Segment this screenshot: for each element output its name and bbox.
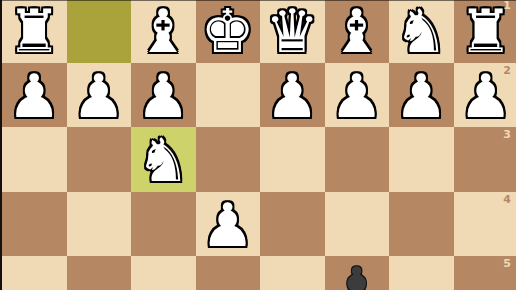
- rank-label-2: 2: [503, 64, 511, 77]
- square-c5[interactable]: ♟: [325, 256, 390, 290]
- rank-label-5: 5: [503, 257, 511, 270]
- square-d2[interactable]: ♟: [260, 63, 325, 128]
- square-d5[interactable]: [260, 256, 325, 290]
- square-c2[interactable]: ♟: [325, 63, 390, 128]
- square-e1[interactable]: ♚: [196, 0, 261, 63]
- white-pawn[interactable]: ♟: [330, 66, 384, 126]
- rank-label-3: 3: [503, 128, 511, 141]
- square-e5[interactable]: [196, 256, 261, 290]
- white-knight[interactable]: ♞: [394, 1, 448, 61]
- square-b1[interactable]: ♞: [389, 0, 454, 63]
- square-g2[interactable]: ♟: [67, 63, 132, 128]
- square-a1[interactable]: ♜1: [454, 0, 516, 63]
- square-d4[interactable]: [260, 192, 325, 257]
- square-e4[interactable]: ♟: [196, 192, 261, 257]
- square-a3[interactable]: 3: [454, 127, 516, 192]
- square-a4[interactable]: 4: [454, 192, 516, 257]
- square-a5[interactable]: 5: [454, 256, 516, 290]
- white-pawn[interactable]: ♟: [7, 66, 61, 126]
- square-h4[interactable]: [2, 192, 67, 257]
- white-pawn[interactable]: ♟: [136, 66, 190, 126]
- square-c1[interactable]: ♝: [325, 0, 390, 63]
- rank-label-4: 4: [503, 193, 511, 206]
- black-pawn[interactable]: ♟: [330, 259, 384, 290]
- square-f5[interactable]: [131, 256, 196, 290]
- square-h3[interactable]: [2, 127, 67, 192]
- white-rook[interactable]: ♜: [7, 1, 61, 61]
- white-bishop[interactable]: ♝: [330, 1, 384, 61]
- square-f3[interactable]: ♞: [131, 127, 196, 192]
- white-knight[interactable]: ♞: [136, 130, 190, 190]
- board-viewport: ♜♝♚♛♝♞♜1♟♟♟♟♟♟♟2♞3♟4♟5: [0, 0, 516, 290]
- square-d1[interactable]: ♛: [260, 0, 325, 63]
- rank-label-1: 1: [503, 0, 511, 12]
- white-pawn[interactable]: ♟: [201, 195, 255, 255]
- square-e2[interactable]: [196, 63, 261, 128]
- square-b4[interactable]: [389, 192, 454, 257]
- square-h5[interactable]: [2, 256, 67, 290]
- square-h1[interactable]: ♜: [2, 0, 67, 63]
- square-e3[interactable]: [196, 127, 261, 192]
- white-king[interactable]: ♚: [201, 1, 255, 61]
- white-pawn[interactable]: ♟: [72, 66, 126, 126]
- white-queen[interactable]: ♛: [265, 1, 319, 61]
- square-b3[interactable]: [389, 127, 454, 192]
- white-bishop[interactable]: ♝: [136, 1, 190, 61]
- square-g1[interactable]: [67, 0, 132, 63]
- square-b2[interactable]: ♟: [389, 63, 454, 128]
- square-g5[interactable]: [67, 256, 132, 290]
- square-f2[interactable]: ♟: [131, 63, 196, 128]
- square-b5[interactable]: [389, 256, 454, 290]
- white-pawn[interactable]: ♟: [394, 66, 448, 126]
- top-edge-line: [0, 0, 516, 1]
- square-f4[interactable]: [131, 192, 196, 257]
- chess-board: ♜♝♚♛♝♞♜1♟♟♟♟♟♟♟2♞3♟4♟5: [2, 0, 516, 290]
- square-c4[interactable]: [325, 192, 390, 257]
- white-pawn[interactable]: ♟: [265, 66, 319, 126]
- square-f1[interactable]: ♝: [131, 0, 196, 63]
- square-a2[interactable]: ♟2: [454, 63, 516, 128]
- square-c3[interactable]: [325, 127, 390, 192]
- square-d3[interactable]: [260, 127, 325, 192]
- square-h2[interactable]: ♟: [2, 63, 67, 128]
- square-g4[interactable]: [67, 192, 132, 257]
- square-g3[interactable]: [67, 127, 132, 192]
